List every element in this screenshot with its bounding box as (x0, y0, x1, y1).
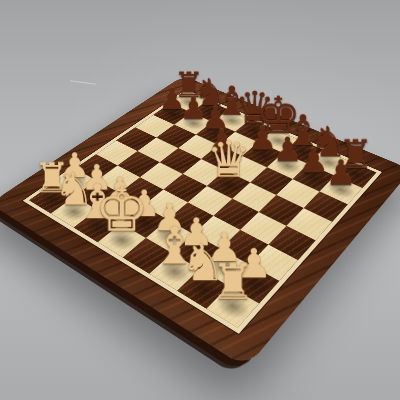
photo-backdrop: ♜♞♝♛♚♝♞♜♟♟♟♟♟♟♟♟♛♟♟♟♟♟♟♟♟♜♞♝♚♝♞♜ (0, 0, 400, 400)
piece-white-queen-e5: ♛ (194, 135, 263, 185)
board-frame: ♜♞♝♛♚♝♞♜♟♟♟♟♟♟♟♟♛♟♟♟♟♟♟♟♟♜♞♝♚♝♞♜ (0, 76, 400, 368)
playing-area: ♜♞♝♛♚♝♞♜♟♟♟♟♟♟♟♟♛♟♟♟♟♟♟♟♟♜♞♝♚♝♞♜ (23, 89, 382, 334)
chess-board: ♜♞♝♛♚♝♞♜♟♟♟♟♟♟♟♟♛♟♟♟♟♟♟♟♟♜♞♝♚♝♞♜ (0, 76, 400, 368)
surface-scratch (70, 80, 96, 85)
piece-black-pawn-h7: ♟ (306, 155, 375, 190)
piece-white-rook-h1: ♜ (191, 257, 275, 306)
square-h1: ♜ (207, 286, 259, 328)
